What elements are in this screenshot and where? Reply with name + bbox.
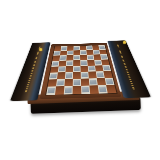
tile-scene (74, 47, 79, 50)
tile-scene (60, 56, 65, 59)
tile-scene (99, 87, 106, 92)
tile-scene (94, 51, 99, 54)
tile-scene (95, 61, 101, 65)
gilt-decoration-left (24, 47, 42, 93)
board-frame (39, 43, 121, 99)
tile-scene (81, 61, 86, 65)
tile-scene (90, 79, 96, 84)
tile-scene (89, 66, 95, 70)
tile-scene (59, 67, 65, 71)
board-square-h1 (106, 85, 116, 93)
gilt-corner-ornament (39, 48, 42, 51)
tile-scene (65, 88, 71, 93)
game-box-scene (0, 0, 160, 160)
tile-scene (82, 73, 88, 77)
tile-scene (81, 51, 86, 54)
tile-scene (82, 87, 88, 92)
tile-scene (88, 56, 93, 59)
tabletop (10, 42, 150, 99)
tile-scene (68, 51, 73, 54)
tile-scene (74, 80, 80, 85)
tile-scene (54, 52, 59, 55)
tile-scene (74, 56, 79, 59)
tile-scene (106, 79, 113, 84)
tile-scene (57, 80, 63, 85)
tile-scene (67, 61, 72, 65)
tile-scene (66, 73, 72, 77)
tile-scene (50, 74, 56, 78)
board-square-c1 (64, 86, 73, 94)
tile-scene (48, 88, 55, 93)
tile-scene (74, 67, 79, 71)
gilt-decoration-right (117, 44, 138, 89)
board-square-d1 (73, 86, 82, 94)
tile-scene (87, 46, 92, 49)
board-grid (45, 45, 117, 96)
gilt-corner-ornament (123, 41, 126, 44)
tile-scene (53, 62, 59, 66)
tile-scene (62, 47, 67, 50)
tile-scene (97, 72, 103, 76)
tile-scene (99, 46, 104, 49)
tile-scene (101, 55, 107, 58)
photo-canvas (0, 0, 160, 160)
tile-scene (103, 66, 109, 70)
